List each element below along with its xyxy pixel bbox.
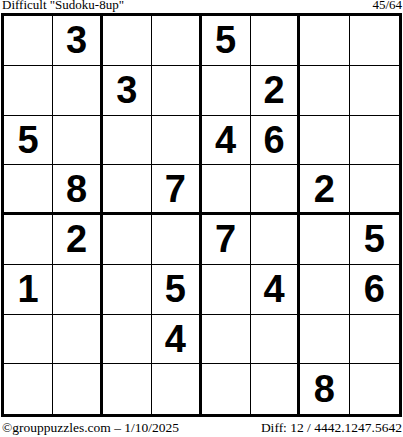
cell-r1c4-empty[interactable] bbox=[152, 16, 201, 66]
cell-r7c7-empty[interactable] bbox=[300, 315, 349, 365]
cell-r3c4-empty[interactable] bbox=[152, 116, 201, 166]
cell-r6c5-empty[interactable] bbox=[202, 265, 251, 315]
header: Difficult "Sudoku-8up" 45/64 bbox=[2, 0, 402, 12]
cell-r7c6-empty[interactable] bbox=[251, 315, 300, 365]
cell-r5c6-empty[interactable] bbox=[251, 215, 300, 265]
copyright-text: ©grouppuzzles.com – 1/10/2025 bbox=[2, 420, 179, 435]
cell-r3c8-empty[interactable] bbox=[350, 116, 399, 166]
cell-r8c6-empty[interactable] bbox=[251, 364, 300, 414]
cell-r8c4-empty[interactable] bbox=[152, 364, 201, 414]
cell-r8c2-empty[interactable] bbox=[53, 364, 102, 414]
footer: ©grouppuzzles.com – 1/10/2025 Diff: 12 /… bbox=[2, 419, 402, 435]
cell-r6c4-given-5[interactable]: 5 bbox=[152, 265, 201, 315]
sudoku-page: Difficult "Sudoku-8up" 45/64 35325468722… bbox=[0, 0, 403, 437]
sudoku-board: 3532546872275154648 bbox=[1, 13, 402, 417]
cell-r4c5-empty[interactable] bbox=[202, 165, 251, 215]
cell-r7c8-empty[interactable] bbox=[350, 315, 399, 365]
cell-r2c7-empty[interactable] bbox=[300, 66, 349, 116]
cell-r8c7-given-8[interactable]: 8 bbox=[300, 364, 349, 414]
cell-r5c8-given-5[interactable]: 5 bbox=[350, 215, 399, 265]
cell-r6c7-empty[interactable] bbox=[300, 265, 349, 315]
cell-r1c2-given-3[interactable]: 3 bbox=[53, 16, 102, 66]
cell-r3c2-empty[interactable] bbox=[53, 116, 102, 166]
cell-r4c4-given-7[interactable]: 7 bbox=[152, 165, 201, 215]
cell-r2c3-given-3[interactable]: 3 bbox=[103, 66, 152, 116]
cell-r6c3-empty[interactable] bbox=[103, 265, 152, 315]
cell-r4c6-empty[interactable] bbox=[251, 165, 300, 215]
cell-r1c5-given-5[interactable]: 5 bbox=[202, 16, 251, 66]
cell-r8c5-empty[interactable] bbox=[202, 364, 251, 414]
cell-r3c1-given-5[interactable]: 5 bbox=[4, 116, 53, 166]
cell-r4c8-empty[interactable] bbox=[350, 165, 399, 215]
cell-r8c3-empty[interactable] bbox=[103, 364, 152, 414]
cell-r8c1-empty[interactable] bbox=[4, 364, 53, 414]
cell-r1c6-empty[interactable] bbox=[251, 16, 300, 66]
cell-r3c3-empty[interactable] bbox=[103, 116, 152, 166]
cell-r6c1-given-1[interactable]: 1 bbox=[4, 265, 53, 315]
cell-r7c1-empty[interactable] bbox=[4, 315, 53, 365]
cell-r4c2-given-8[interactable]: 8 bbox=[53, 165, 102, 215]
cell-r4c7-given-2[interactable]: 2 bbox=[300, 165, 349, 215]
cell-r2c2-empty[interactable] bbox=[53, 66, 102, 116]
cell-r7c4-given-4[interactable]: 4 bbox=[152, 315, 201, 365]
cell-r6c2-empty[interactable] bbox=[53, 265, 102, 315]
cell-r7c2-empty[interactable] bbox=[53, 315, 102, 365]
cell-r2c6-given-2[interactable]: 2 bbox=[251, 66, 300, 116]
cell-r5c7-empty[interactable] bbox=[300, 215, 349, 265]
cell-r2c1-empty[interactable] bbox=[4, 66, 53, 116]
puzzle-title: Difficult "Sudoku-8up" bbox=[2, 0, 124, 12]
cell-r6c8-given-6[interactable]: 6 bbox=[350, 265, 399, 315]
cell-r4c3-empty[interactable] bbox=[103, 165, 152, 215]
cell-r1c7-empty[interactable] bbox=[300, 16, 349, 66]
cell-r3c5-given-4[interactable]: 4 bbox=[202, 116, 251, 166]
cell-r7c5-empty[interactable] bbox=[202, 315, 251, 365]
cell-r2c8-empty[interactable] bbox=[350, 66, 399, 116]
cell-r5c2-given-2[interactable]: 2 bbox=[53, 215, 102, 265]
cell-r4c1-empty[interactable] bbox=[4, 165, 53, 215]
puzzle-counter: 45/64 bbox=[372, 0, 402, 12]
cell-r3c6-given-6[interactable]: 6 bbox=[251, 116, 300, 166]
cell-r6c6-given-4[interactable]: 4 bbox=[251, 265, 300, 315]
cell-r1c1-empty[interactable] bbox=[4, 16, 53, 66]
cell-r5c1-empty[interactable] bbox=[4, 215, 53, 265]
cell-r3c7-empty[interactable] bbox=[300, 116, 349, 166]
cell-r7c3-empty[interactable] bbox=[103, 315, 152, 365]
cell-r5c5-given-7[interactable]: 7 bbox=[202, 215, 251, 265]
cell-r2c5-empty[interactable] bbox=[202, 66, 251, 116]
cell-r8c8-empty[interactable] bbox=[350, 364, 399, 414]
cell-r5c4-empty[interactable] bbox=[152, 215, 201, 265]
cell-r5c3-empty[interactable] bbox=[103, 215, 152, 265]
cell-r1c8-empty[interactable] bbox=[350, 16, 399, 66]
cell-r1c3-empty[interactable] bbox=[103, 16, 152, 66]
difficulty-text: Diff: 12 / 4442.1247.5642 bbox=[261, 420, 402, 435]
cell-r2c4-empty[interactable] bbox=[152, 66, 201, 116]
